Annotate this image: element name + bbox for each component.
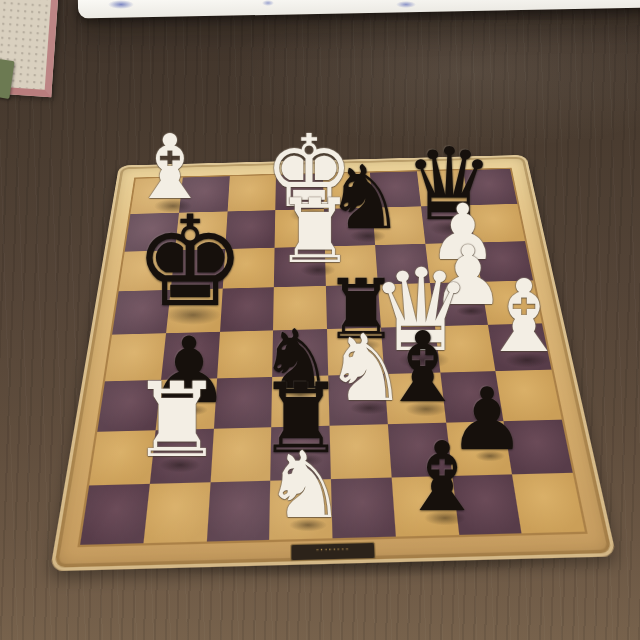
piece-white-bishop-h4[interactable]: ♝ xyxy=(479,267,569,367)
square-b1[interactable] xyxy=(143,483,210,544)
floral-mark xyxy=(396,1,416,8)
square-h1[interactable] xyxy=(512,473,585,533)
piece-white-rook-b2[interactable]: ♜ xyxy=(131,369,223,472)
square-c1[interactable] xyxy=(206,481,270,542)
floral-mark xyxy=(108,0,134,9)
piece-white-knight-d1[interactable]: ♞ xyxy=(264,440,346,532)
piece-black-bishop-f1[interactable]: ♝ xyxy=(399,429,485,525)
brand-plaque: ········ xyxy=(290,542,376,562)
floral-mark xyxy=(262,0,274,6)
piece-black-king-b5[interactable]: ♚ xyxy=(134,199,246,324)
photo-scene: ········ ♝♚♞♛♜♟♚♟♜♛♝♟♞♞♝♜♜♟♞♝ xyxy=(0,0,640,640)
shelf-edge xyxy=(78,0,640,19)
square-a1[interactable] xyxy=(80,484,149,545)
